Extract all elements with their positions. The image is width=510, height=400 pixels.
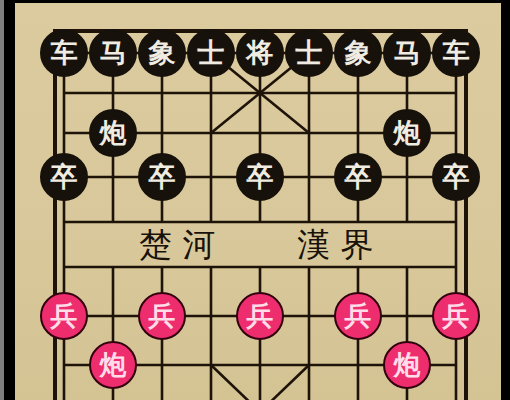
piece-black-soldier[interactable]: 卒 — [432, 153, 480, 201]
left-gray-strip — [0, 0, 4, 400]
piece-red-cannon[interactable]: 炮 — [89, 341, 137, 389]
piece-black-advisor[interactable]: 士 — [187, 29, 235, 77]
river-label-chu-he: 楚 河 — [139, 224, 216, 266]
piece-black-soldier[interactable]: 卒 — [236, 153, 284, 201]
piece-black-horse[interactable]: 马 — [383, 29, 431, 77]
piece-red-soldier[interactable]: 兵 — [334, 292, 382, 340]
piece-black-horse[interactable]: 马 — [89, 29, 137, 77]
piece-black-soldier[interactable]: 卒 — [138, 153, 186, 201]
piece-black-general[interactable]: 将 — [236, 29, 284, 77]
piece-black-elephant[interactable]: 象 — [138, 29, 186, 77]
piece-red-soldier[interactable]: 兵 — [40, 292, 88, 340]
piece-red-soldier[interactable]: 兵 — [236, 292, 284, 340]
piece-red-soldier[interactable]: 兵 — [138, 292, 186, 340]
river-label-han-jie: 漢 界 — [297, 224, 374, 266]
piece-red-soldier[interactable]: 兵 — [432, 292, 480, 340]
piece-black-soldier[interactable]: 卒 — [40, 153, 88, 201]
piece-black-cannon[interactable]: 炮 — [383, 109, 431, 157]
piece-black-cannon[interactable]: 炮 — [89, 109, 137, 157]
piece-black-elephant[interactable]: 象 — [334, 29, 382, 77]
piece-black-chariot[interactable]: 车 — [432, 29, 480, 77]
xiangqi-board-screenshot: 楚 河 漢 界 车马象士将士象马车炮炮卒卒卒卒卒兵兵兵兵兵炮炮 — [0, 0, 510, 400]
piece-red-cannon[interactable]: 炮 — [383, 341, 431, 389]
piece-black-advisor[interactable]: 士 — [285, 29, 333, 77]
piece-black-chariot[interactable]: 车 — [40, 29, 88, 77]
piece-black-soldier[interactable]: 卒 — [334, 153, 382, 201]
